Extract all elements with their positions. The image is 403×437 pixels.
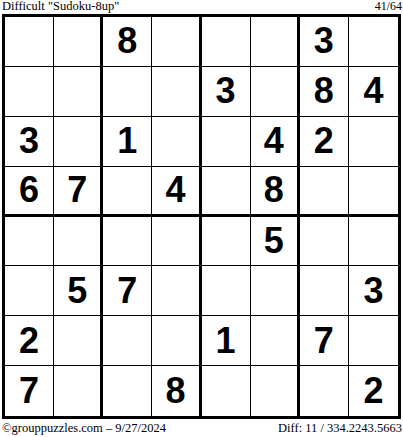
puzzle-page: Difficult "Sudoku-8up" 41/64 83384314267…	[0, 0, 403, 437]
cell-r7c5-given: 1	[202, 316, 251, 366]
cell-r3c3-given: 1	[103, 117, 152, 167]
cell-r5c7-empty[interactable]	[300, 217, 349, 267]
cell-r3c8-empty[interactable]	[349, 117, 398, 167]
cell-r4c5-empty[interactable]	[202, 167, 251, 217]
cell-r2c3-empty[interactable]	[103, 67, 152, 117]
page-title: Difficult "Sudoku-8up"	[2, 0, 119, 13]
cell-r4c3-empty[interactable]	[103, 167, 152, 217]
cell-r8c6-empty[interactable]	[251, 366, 300, 416]
cell-r3c7-given: 2	[300, 117, 349, 167]
cell-r4c1-given: 6	[5, 167, 54, 217]
cell-r8c4-given: 8	[152, 366, 201, 416]
cell-r6c5-empty[interactable]	[202, 266, 251, 316]
cell-r6c1-empty[interactable]	[5, 266, 54, 316]
cell-r2c4-empty[interactable]	[152, 67, 201, 117]
cell-r5c1-empty[interactable]	[5, 217, 54, 267]
cell-r4c4-given: 4	[152, 167, 201, 217]
cell-r7c6-empty[interactable]	[251, 316, 300, 366]
cell-r5c8-empty[interactable]	[349, 217, 398, 267]
page-counter: 41/64	[375, 0, 402, 13]
cell-r8c8-given: 2	[349, 366, 398, 416]
cell-r4c2-given: 7	[54, 167, 103, 217]
cell-r7c3-empty[interactable]	[103, 316, 152, 366]
cell-r2c6-empty[interactable]	[251, 67, 300, 117]
cell-r1c1-empty[interactable]	[5, 17, 54, 67]
cell-r1c4-empty[interactable]	[152, 17, 201, 67]
cell-r7c7-given: 7	[300, 316, 349, 366]
cell-r6c6-empty[interactable]	[251, 266, 300, 316]
cell-r2c1-empty[interactable]	[5, 67, 54, 117]
cell-r7c2-empty[interactable]	[54, 316, 103, 366]
cell-r6c8-given: 3	[349, 266, 398, 316]
cell-r1c8-empty[interactable]	[349, 17, 398, 67]
cell-r7c8-empty[interactable]	[349, 316, 398, 366]
cell-r2c5-given: 3	[202, 67, 251, 117]
cell-r7c1-given: 2	[5, 316, 54, 366]
sudoku-board: 83384314267485573217782	[2, 14, 401, 419]
cell-r1c3-given: 8	[103, 17, 152, 67]
cell-r3c5-empty[interactable]	[202, 117, 251, 167]
cell-r4c8-empty[interactable]	[349, 167, 398, 217]
cell-r3c1-given: 3	[5, 117, 54, 167]
cell-r5c3-empty[interactable]	[103, 217, 152, 267]
cell-r2c8-given: 4	[349, 67, 398, 117]
cell-r8c1-given: 7	[5, 366, 54, 416]
cell-r3c6-given: 4	[251, 117, 300, 167]
cell-r8c5-empty[interactable]	[202, 366, 251, 416]
cell-r2c2-empty[interactable]	[54, 67, 103, 117]
cell-r4c7-empty[interactable]	[300, 167, 349, 217]
cell-r5c4-empty[interactable]	[152, 217, 201, 267]
cell-r6c7-empty[interactable]	[300, 266, 349, 316]
cell-r5c2-empty[interactable]	[54, 217, 103, 267]
cell-r7c4-empty[interactable]	[152, 316, 201, 366]
footer-difficulty: Diff: 11 / 334.2243.5663	[278, 421, 402, 435]
cell-r3c4-empty[interactable]	[152, 117, 201, 167]
cell-r1c7-given: 3	[300, 17, 349, 67]
cell-r5c5-empty[interactable]	[202, 217, 251, 267]
cell-r6c3-given: 7	[103, 266, 152, 316]
cell-r8c3-empty[interactable]	[103, 366, 152, 416]
cell-r8c2-empty[interactable]	[54, 366, 103, 416]
cell-r4c6-given: 8	[251, 167, 300, 217]
cell-r1c2-empty[interactable]	[54, 17, 103, 67]
cell-r3c2-empty[interactable]	[54, 117, 103, 167]
cell-r2c7-given: 8	[300, 67, 349, 117]
cell-r8c7-empty[interactable]	[300, 366, 349, 416]
cell-r5c6-given: 5	[251, 217, 300, 267]
cell-r6c2-given: 5	[54, 266, 103, 316]
cell-r6c4-empty[interactable]	[152, 266, 201, 316]
cell-r1c6-empty[interactable]	[251, 17, 300, 67]
footer-copyright: ©grouppuzzles.com – 9/27/2024	[2, 421, 166, 435]
cell-r1c5-empty[interactable]	[202, 17, 251, 67]
